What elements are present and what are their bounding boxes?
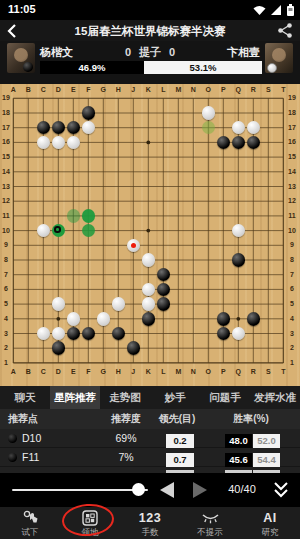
lead-box: 0.2 <box>166 432 194 450</box>
black-stone <box>127 341 141 355</box>
toolbar-item-label: 手数 <box>142 527 159 539</box>
column-label: N <box>187 86 199 94</box>
collapse-button[interactable] <box>271 481 291 499</box>
row-label-right: 13 <box>286 183 298 191</box>
white-stone <box>142 253 156 267</box>
row-label-left: 13 <box>0 183 12 191</box>
page-title: 15届春兰杯世界锦标赛半决赛 <box>30 24 270 39</box>
winrate-white-value: 52.0 <box>253 434 280 448</box>
table-header: 推荐点推荐度领先(目)胜率(%) <box>0 409 300 429</box>
header-cell: 领先(目) <box>137 409 217 429</box>
move-counter: 40/40 <box>222 483 262 495</box>
toolbar-item-research[interactable]: AI研究 <box>240 507 300 539</box>
column-label: K <box>142 86 154 94</box>
column-label: Q <box>232 86 244 94</box>
row-label-right: 9 <box>286 241 298 249</box>
tab-ai-recommend[interactable]: 星阵推荐 <box>50 386 100 409</box>
row-label-left: 1 <box>0 359 12 367</box>
ai-text-icon: AI <box>263 510 277 526</box>
captures-display: 0提子0 <box>90 45 210 60</box>
white-stone <box>52 136 66 150</box>
winrate-boxes: 48.052.0 <box>225 432 280 450</box>
toolbar-icon-wrap <box>22 510 39 526</box>
column-label: O <box>202 368 214 376</box>
recommend-pct: 7% <box>96 448 156 466</box>
white-winrate-label: 53.1% <box>190 62 217 73</box>
header-cell: 推荐点 <box>8 409 38 429</box>
star-point <box>56 317 60 321</box>
captures-label: 提子 <box>139 46 161 58</box>
stone-icon <box>8 434 17 443</box>
column-label: G <box>97 368 109 376</box>
column-label: E <box>67 368 79 376</box>
column-label: S <box>262 86 274 94</box>
column-label: N <box>187 368 199 376</box>
stone-icon <box>8 453 17 462</box>
column-label: C <box>37 368 49 376</box>
share-icon <box>276 22 294 39</box>
column-label: M <box>172 368 184 376</box>
row-label-right: 18 <box>286 109 298 117</box>
row-label-left: 6 <box>0 285 12 293</box>
column-label: L <box>157 368 169 376</box>
black-winrate-segment: 46.9% <box>40 61 144 74</box>
row-label-left: 8 <box>0 256 12 264</box>
toolbar-item-label: 不提示 <box>197 527 223 539</box>
table-row[interactable]: F117%0.745.654.4 <box>0 448 300 467</box>
column-label: B <box>22 86 34 94</box>
row-label-right: 17 <box>286 124 298 132</box>
row-label-left: 4 <box>0 315 12 323</box>
white-stone <box>37 136 51 150</box>
white-stone <box>97 312 111 326</box>
black-stone <box>232 136 246 150</box>
white-stone-badge <box>267 63 277 73</box>
winrate-white-value: 54.4 <box>253 453 280 467</box>
winrate-bar: 46.9% 53.1% <box>40 61 262 74</box>
column-label: G <box>97 86 109 94</box>
white-stone <box>52 297 66 311</box>
captures-white: 0 <box>169 46 175 58</box>
tab-problem-moves[interactable]: 问题手 <box>200 386 250 409</box>
signal-icon <box>271 5 282 16</box>
player-bar: 杨楷文 0提子0 卞相壹 46.9% 53.1% <box>0 41 300 84</box>
column-label: B <box>22 368 34 376</box>
row-label-right: 6 <box>286 285 298 293</box>
eye-closed-icon <box>201 513 220 524</box>
lead-value: 0.7 <box>166 453 194 467</box>
lead-box: 0.7 <box>166 451 194 469</box>
black-stone <box>217 312 231 326</box>
black-stone <box>82 106 96 120</box>
row-label-right: 14 <box>286 168 298 176</box>
column-label: A <box>7 86 19 94</box>
go-board[interactable]: AABBCCDDEEFFGGHHJJKKLLMMNNOOPPQQRRSSTT19… <box>0 84 300 386</box>
recommend-pct: 69% <box>96 429 156 447</box>
row-label-left: 18 <box>0 109 12 117</box>
header-cell: 胜率(%) <box>211 409 291 429</box>
black-stone <box>142 312 156 326</box>
app-screen: 11:05 15届春兰杯世界锦标赛半决赛 杨楷文 0提子0 卞相壹 <box>0 0 300 539</box>
row-label-left: 2 <box>0 344 12 352</box>
tab-brilliant-moves[interactable]: 妙手 <box>150 386 200 409</box>
column-label: R <box>247 86 259 94</box>
white-stone <box>112 297 126 311</box>
row-label-left: 9 <box>0 241 12 249</box>
column-label: D <box>52 86 64 94</box>
nav-bar: 15届春兰杯世界锦标赛半决赛 <box>0 20 300 41</box>
white-stone <box>142 283 156 297</box>
bottom-toolbar: 试下领地123手数不提示AI研究 <box>0 507 300 539</box>
column-label: F <box>82 86 94 94</box>
row-label-right: 1 <box>286 359 298 367</box>
share-button[interactable] <box>276 22 294 40</box>
prev-move-button[interactable] <box>160 482 174 498</box>
status-bar: 11:05 <box>0 0 300 20</box>
row-label-right: 4 <box>286 315 298 323</box>
row-label-left: 12 <box>0 197 12 205</box>
winrate-black-value: 48.0 <box>225 434 252 448</box>
column-label: D <box>52 368 64 376</box>
column-label: K <box>142 368 154 376</box>
column-label: A <box>7 368 19 376</box>
black-stone <box>157 297 171 311</box>
table-row[interactable]: D1069%0.248.052.0 <box>0 429 300 448</box>
row-label-right: 7 <box>286 271 298 279</box>
column-label: H <box>112 368 124 376</box>
column-label: P <box>217 368 229 376</box>
toolbar-icon-wrap <box>201 510 220 526</box>
move-controls: 40/40 <box>0 473 300 507</box>
point-label: D10 <box>22 429 41 447</box>
point-label: F11 <box>22 448 39 466</box>
black-stone <box>232 253 246 267</box>
last-move-marker <box>131 243 136 248</box>
winrate-black-value: 45.6 <box>225 453 252 467</box>
candidate-move-mark[interactable] <box>67 209 81 223</box>
row-label-right: 19 <box>286 94 298 102</box>
next-move-button[interactable] <box>193 482 207 498</box>
row-label-left: 5 <box>0 300 12 308</box>
column-label: S <box>262 368 274 376</box>
column-label: T <box>277 86 289 94</box>
black-stone <box>247 312 261 326</box>
row-label-left: 19 <box>0 94 12 102</box>
column-label: C <box>37 86 49 94</box>
row-label-left: 11 <box>0 212 12 220</box>
row-label-left: 3 <box>0 330 12 338</box>
row-label-left: 16 <box>0 138 12 146</box>
star-point <box>146 229 150 233</box>
row-label-right: 10 <box>286 227 298 235</box>
white-winrate-segment: 53.1% <box>144 61 262 74</box>
toolbar-item-label: 试下 <box>22 527 39 539</box>
row-label-right: 8 <box>286 256 298 264</box>
status-icons <box>253 4 294 16</box>
row-label-left: 17 <box>0 124 12 132</box>
row-label-right: 5 <box>286 300 298 308</box>
row-label-left: 14 <box>0 168 12 176</box>
column-label: F <box>82 368 94 376</box>
lead-value: 0.2 <box>166 434 194 448</box>
star-point <box>146 141 150 145</box>
row-label-right: 11 <box>286 212 298 220</box>
column-label: M <box>172 86 184 94</box>
row-label-right: 15 <box>286 153 298 161</box>
tab-chat[interactable]: 聊天 <box>0 386 50 409</box>
123-text-icon: 123 <box>139 510 161 526</box>
column-label: R <box>247 368 259 376</box>
white-stone <box>67 312 81 326</box>
black-stone <box>157 283 171 297</box>
column-label: L <box>157 86 169 94</box>
back-button[interactable] <box>4 22 22 40</box>
row-label-right: 3 <box>286 330 298 338</box>
status-time: 11:05 <box>8 3 36 15</box>
black-stone <box>217 136 231 150</box>
chevron-double-down-icon <box>271 481 291 499</box>
candidate-move-mark[interactable] <box>82 209 96 223</box>
row-label-right: 12 <box>286 197 298 205</box>
tab-trend-graph[interactable]: 走势图 <box>100 386 150 409</box>
tab-performance[interactable]: 发挥水准 <box>250 386 300 409</box>
wifi-icon <box>253 5 266 16</box>
column-label: H <box>112 86 124 94</box>
hand-tap-icon <box>22 510 39 526</box>
white-stone <box>202 106 216 120</box>
move-slider-track[interactable] <box>12 489 148 491</box>
toolbar-item-label: 研究 <box>262 527 279 539</box>
row-label-left: 7 <box>0 271 12 279</box>
black-winrate-label: 46.9% <box>79 62 106 73</box>
white-stone <box>142 297 156 311</box>
column-label: P <box>217 86 229 94</box>
best-move-ring <box>54 226 61 233</box>
column-label: Q <box>232 368 244 376</box>
black-stone <box>247 136 261 150</box>
column-label: E <box>67 86 79 94</box>
black-stone-badge <box>23 62 33 72</box>
black-player-name: 杨楷文 <box>40 45 73 60</box>
column-label: O <box>202 86 214 94</box>
winrate-boxes: 45.654.4 <box>225 451 280 469</box>
row-label-left: 15 <box>0 153 12 161</box>
white-player-name: 卞相壹 <box>227 45 260 60</box>
column-label: J <box>127 86 139 94</box>
row-label-right: 2 <box>286 344 298 352</box>
chevron-left-icon <box>4 22 22 40</box>
star-point <box>236 317 240 321</box>
column-label: T <box>277 368 289 376</box>
white-stone <box>67 136 81 150</box>
captures-black: 0 <box>125 46 131 58</box>
toolbar-item-try-move[interactable]: 试下 <box>0 507 60 539</box>
toolbar-item-no-hint[interactable]: 不提示 <box>180 507 240 539</box>
battery-icon <box>287 4 294 16</box>
analysis-tabs: 聊天星阵推荐走势图妙手问题手发挥水准 <box>0 386 300 409</box>
move-slider-knob[interactable] <box>132 483 145 496</box>
toolbar-item-move-numbers[interactable]: 123手数 <box>120 507 180 539</box>
column-label: J <box>127 368 139 376</box>
row-label-left: 10 <box>0 227 12 235</box>
black-stone <box>52 341 66 355</box>
row-label-right: 16 <box>286 138 298 146</box>
